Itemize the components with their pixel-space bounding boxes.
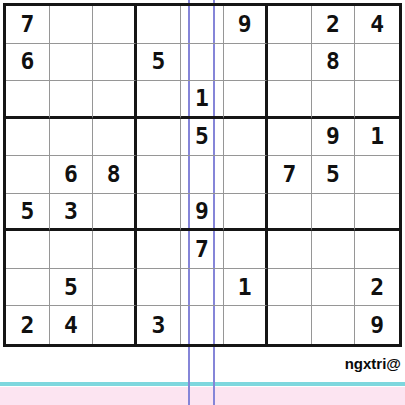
cell-r7c3[interactable] (93, 231, 137, 269)
cell-r4c5[interactable]: 5 (181, 119, 225, 157)
cell-r3c5[interactable]: 1 (181, 81, 225, 119)
cell-r2c9[interactable] (355, 44, 399, 82)
cell-r8c2[interactable]: 5 (50, 269, 94, 307)
cell-r3c4[interactable] (137, 81, 181, 119)
cell-r9c4[interactable]: 3 (137, 306, 181, 344)
cell-r5c7[interactable]: 7 (268, 156, 312, 194)
cell-r8c1[interactable] (6, 269, 50, 307)
cell-r2c2[interactable] (50, 44, 94, 82)
cell-r2c4[interactable]: 5 (137, 44, 181, 82)
cell-r6c4[interactable] (137, 194, 181, 232)
cell-r4c3[interactable] (93, 119, 137, 157)
cell-r1c7[interactable] (268, 6, 312, 44)
cell-r9c5[interactable] (181, 306, 225, 344)
cell-r9c9[interactable]: 9 (355, 306, 399, 344)
cell-r6c7[interactable] (268, 194, 312, 232)
cell-r8c9[interactable]: 2 (355, 269, 399, 307)
cell-r7c6[interactable] (224, 231, 268, 269)
cell-r4c4[interactable] (137, 119, 181, 157)
cell-r1c6[interactable]: 9 (224, 6, 268, 44)
cell-r9c3[interactable] (93, 306, 137, 344)
cell-r2c3[interactable] (93, 44, 137, 82)
cell-r4c6[interactable] (224, 119, 268, 157)
cell-r2c6[interactable] (224, 44, 268, 82)
cell-r6c2[interactable]: 3 (50, 194, 94, 232)
cell-r1c4[interactable] (137, 6, 181, 44)
cell-r7c1[interactable] (6, 231, 50, 269)
cyan-divider-line (0, 382, 405, 386)
cell-r9c7[interactable] (268, 306, 312, 344)
sudoku-page: 79246581591687553975122439 ngxtri@ (0, 0, 405, 405)
watermark-text: ngxtri@ (345, 355, 401, 372)
cell-r2c7[interactable] (268, 44, 312, 82)
cell-r7c5[interactable]: 7 (181, 231, 225, 269)
cell-r5c8[interactable]: 5 (312, 156, 356, 194)
cell-r7c2[interactable] (50, 231, 94, 269)
cell-r3c6[interactable] (224, 81, 268, 119)
cell-r3c9[interactable] (355, 81, 399, 119)
cell-r4c9[interactable]: 1 (355, 119, 399, 157)
cell-r7c4[interactable] (137, 231, 181, 269)
cell-r5c4[interactable] (137, 156, 181, 194)
cell-r6c9[interactable] (355, 194, 399, 232)
pink-footer-band (0, 387, 405, 405)
cell-r3c8[interactable] (312, 81, 356, 119)
cell-r8c3[interactable] (93, 269, 137, 307)
cell-r1c2[interactable] (50, 6, 94, 44)
cell-r5c1[interactable] (6, 156, 50, 194)
sudoku-board: 79246581591687553975122439 (3, 3, 402, 347)
cell-r1c8[interactable]: 2 (312, 6, 356, 44)
cell-r5c6[interactable] (224, 156, 268, 194)
cell-r5c5[interactable] (181, 156, 225, 194)
cell-r6c5[interactable]: 9 (181, 194, 225, 232)
cell-r1c9[interactable]: 4 (355, 6, 399, 44)
cell-r6c1[interactable]: 5 (6, 194, 50, 232)
cell-r2c8[interactable]: 8 (312, 44, 356, 82)
cell-r8c5[interactable] (181, 269, 225, 307)
cell-r4c7[interactable] (268, 119, 312, 157)
cell-r4c1[interactable] (6, 119, 50, 157)
cell-r5c3[interactable]: 8 (93, 156, 137, 194)
cell-r6c8[interactable] (312, 194, 356, 232)
cell-r3c1[interactable] (6, 81, 50, 119)
cell-r7c7[interactable] (268, 231, 312, 269)
cell-r9c8[interactable] (312, 306, 356, 344)
cell-r7c8[interactable] (312, 231, 356, 269)
cell-r9c1[interactable]: 2 (6, 306, 50, 344)
cell-r3c2[interactable] (50, 81, 94, 119)
cell-r5c2[interactable]: 6 (50, 156, 94, 194)
cell-r8c4[interactable] (137, 269, 181, 307)
cell-r4c2[interactable] (50, 119, 94, 157)
cell-r9c2[interactable]: 4 (50, 306, 94, 344)
cell-r5c9[interactable] (355, 156, 399, 194)
cell-r6c6[interactable] (224, 194, 268, 232)
cell-r8c6[interactable]: 1 (224, 269, 268, 307)
cell-r6c3[interactable] (93, 194, 137, 232)
cell-r3c7[interactable] (268, 81, 312, 119)
cell-r3c3[interactable] (93, 81, 137, 119)
cell-r4c8[interactable]: 9 (312, 119, 356, 157)
cell-r9c6[interactable] (224, 306, 268, 344)
cell-r2c5[interactable] (181, 44, 225, 82)
cell-r7c9[interactable] (355, 231, 399, 269)
cell-r1c3[interactable] (93, 6, 137, 44)
cell-r1c1[interactable]: 7 (6, 6, 50, 44)
cell-r8c7[interactable] (268, 269, 312, 307)
cell-r1c5[interactable] (181, 6, 225, 44)
cell-r2c1[interactable]: 6 (6, 44, 50, 82)
cell-r8c8[interactable] (312, 269, 356, 307)
